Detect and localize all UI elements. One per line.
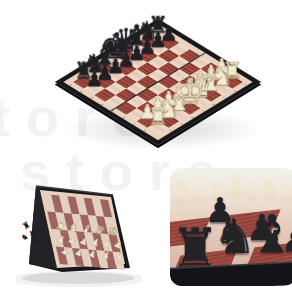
folded-board-view: ♜♞♝♛♚♟♟♟♟♟♟♟♟♟♟♟ ♜♟♞♟ xyxy=(16,182,142,288)
blurred-white-pawn: ♟ xyxy=(243,182,259,200)
blurred-white-pawn: ♟ xyxy=(190,184,206,202)
closeup-view: ♟♟♟♟♟♟♟ ♟♟♟♝♞♜ xyxy=(170,168,292,286)
blurred-white-pawn: ♟ xyxy=(260,178,280,200)
product-photo-stage: store store ♜♞♝♛♚♝♞♜♟♟♟♟♟♟♟♟♟♟♟♟♟♟♟♟♜♞♝♛… xyxy=(0,0,292,292)
folded-board-shadow-soft xyxy=(16,271,142,287)
blurred-white-pawn: ♟ xyxy=(278,182,292,202)
open-board-view: ♜♞♝♛♚♝♞♜♟♟♟♟♟♟♟♟♟♟♟♟♟♟♟♟♜♞♝♛♚♝♞♜ xyxy=(0,0,292,160)
